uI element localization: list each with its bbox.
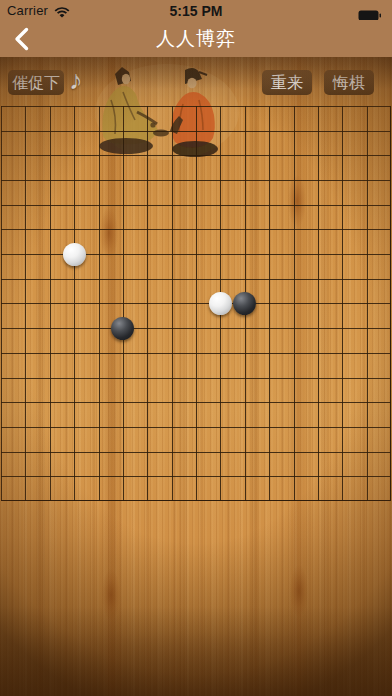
- stone-black: [233, 292, 256, 315]
- stone-white: [209, 292, 232, 315]
- undo-move-button[interactable]: 悔棋: [324, 70, 374, 95]
- wood-knot: [290, 565, 308, 617]
- stone-white: [63, 243, 86, 266]
- stone-black: [111, 317, 134, 340]
- page-title: 人人博弈: [156, 26, 236, 52]
- sound-note-icon[interactable]: ♪: [63, 64, 89, 96]
- nav-bar: 人人博弈: [0, 20, 392, 57]
- board-grid[interactable]: [1, 106, 391, 501]
- app-screen: Carrier 5:15 PM 人人博弈: [0, 0, 392, 696]
- urge-move-button[interactable]: 催促下: [8, 70, 64, 95]
- restart-button[interactable]: 重来: [262, 70, 312, 95]
- back-button[interactable]: [10, 27, 32, 51]
- status-bar: Carrier 5:15 PM: [0, 0, 392, 20]
- go-board[interactable]: 催促下 ♪ 重来 悔棋: [0, 57, 392, 696]
- wood-knot: [102, 569, 120, 621]
- clock: 5:15 PM: [0, 3, 392, 19]
